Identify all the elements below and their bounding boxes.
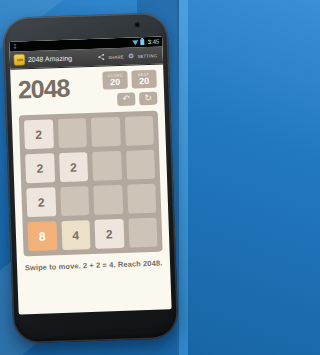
score-label: SCORE [107,73,123,78]
phone-frame: ↧ 3:45 2048 2048 Amazing SHARE [2,12,178,344]
board-cell [60,186,89,216]
status-time: 3:45 [147,39,159,45]
best-value: 20 [139,77,149,86]
score-value: 20 [110,78,120,87]
board-cell [92,151,121,181]
app-icon: 2048 [14,54,25,65]
board-cell [128,218,157,248]
game-header: 2048 SCORE 20 BEST 20 ↶ [17,70,157,110]
front-camera [135,22,140,27]
phone-screen: ↧ 3:45 2048 2048 Amazing SHARE [9,36,171,314]
board-cell: 4 [61,220,90,250]
best-label: BEST [138,72,150,76]
game-area: 2048 SCORE 20 BEST 20 ↶ [10,64,171,314]
board-cell [124,116,153,146]
score-box: SCORE 20 [102,71,128,90]
undo-button[interactable]: ↶ [117,92,135,106]
game-board[interactable]: 2 2 2 2 8 4 2 [19,111,163,257]
download-icon: ↧ [12,43,17,49]
board-cell [127,184,156,214]
best-box: BEST 20 [131,70,157,89]
board-cell: 2 [59,152,88,182]
board-cell [91,117,120,147]
board-cell: 2 [26,187,55,217]
wifi-icon [133,40,139,45]
battery-icon [140,39,144,45]
undo-icon: ↶ [122,95,130,104]
board-cell: 2 [24,119,53,149]
board-cell: 2 [94,219,123,249]
board-cell [93,185,122,215]
share-label: SHARE [108,54,124,60]
share-icon [98,53,105,60]
app-title: 2048 Amazing [28,55,73,64]
restart-button[interactable]: ↻ [139,92,157,106]
board-cell [57,118,86,148]
board-cell: 2 [25,153,54,183]
setting-button[interactable]: ⚙ SETTING [128,52,159,60]
board-cell [126,150,155,180]
game-title: 2048 [17,76,70,110]
setting-icon: ⚙ [128,52,135,59]
setting-label: SETTING [137,53,157,59]
refresh-icon: ↻ [144,94,152,103]
share-button[interactable]: SHARE [98,53,125,61]
app-icon-label: 2048 [16,58,22,62]
instructions-text: Swipe to move. 2 + 2 = 4. Reach 2048. [24,259,163,273]
board-cell: 8 [28,221,57,251]
